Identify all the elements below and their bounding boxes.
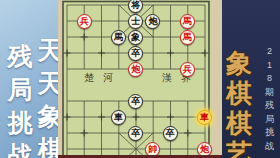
banner-endgame-char: 挑	[8, 106, 33, 139]
black-piece-卒[interactable]: 卒	[128, 94, 143, 109]
black-piece-卒[interactable]: 卒	[128, 46, 143, 61]
headline-char: 象	[226, 48, 252, 78]
black-piece-炮[interactable]: 炮	[145, 14, 160, 29]
issue-char: 局	[265, 113, 274, 127]
issue-char: 战	[265, 140, 274, 154]
red-piece-馬[interactable]: 馬	[180, 14, 195, 29]
panel-headline: 象棋棋艺	[224, 48, 254, 158]
banner-text-endgame-challenge: 残局挑战	[6, 40, 34, 158]
black-piece-将[interactable]: 将	[128, 0, 143, 13]
red-piece-馬[interactable]: 馬	[180, 30, 195, 45]
black-piece-車[interactable]: 車	[111, 110, 126, 125]
xiangqi-board[interactable]: 将兵士炮馬馬象馬卒炮兵卒車車卒卒帥炮	[58, 0, 213, 158]
issue-char: 1	[267, 59, 272, 73]
black-piece-馬[interactable]: 馬	[111, 30, 126, 45]
red-piece-車-highlighted[interactable]: 車	[197, 110, 212, 125]
black-piece-卒[interactable]: 卒	[128, 126, 143, 141]
headline-char: 棋	[226, 78, 252, 108]
banner-endgame-char: 战	[8, 139, 33, 158]
banner-endgame-char: 局	[8, 73, 33, 106]
black-piece-象[interactable]: 象	[128, 30, 143, 45]
banner-endgame-char: 残	[8, 40, 33, 73]
issue-char: 期	[265, 86, 274, 100]
issue-char: 挑	[265, 126, 274, 140]
black-piece-士[interactable]: 士	[128, 14, 143, 29]
issue-char: 2	[267, 45, 272, 59]
red-piece-兵[interactable]: 兵	[180, 62, 195, 77]
issue-char: 8	[267, 72, 272, 86]
headline-char: 艺	[226, 138, 252, 158]
panel-issue-label: 218期残局挑战	[262, 45, 277, 153]
issue-char: 残	[265, 99, 274, 113]
red-piece-兵[interactable]: 兵	[77, 14, 92, 29]
headline-char: 棋	[226, 108, 252, 138]
black-piece-卒[interactable]: 卒	[163, 126, 178, 141]
app-screenshot: 残局挑战 天天象棋	[0, 0, 280, 158]
red-piece-炮[interactable]: 炮	[128, 62, 143, 77]
